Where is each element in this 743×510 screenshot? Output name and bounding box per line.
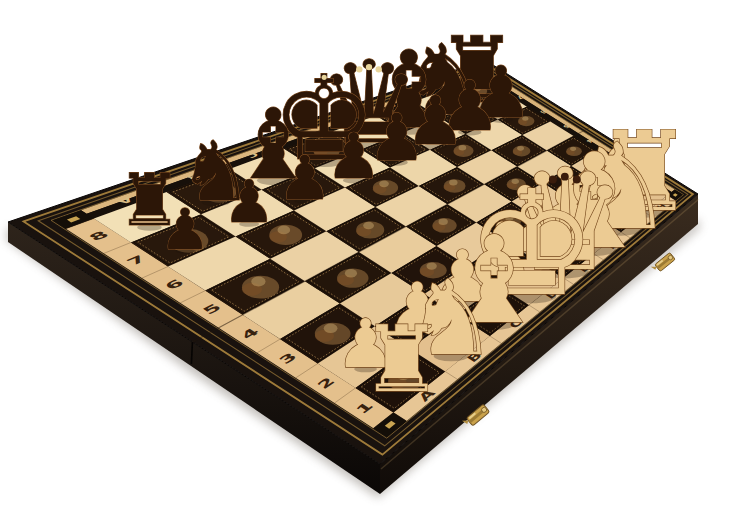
piece-white-rook-a1: ♜	[361, 306, 443, 413]
piece-black-pawn-d7: ♟	[325, 120, 381, 193]
svg-text:♟: ♟	[325, 120, 381, 193]
product-photo-scene: AABBCCDDEEFFGGHH1122334455667788♜♞♟♝♟♛♟♚…	[0, 0, 743, 510]
piece-black-pawn-a7: ♟	[160, 196, 211, 262]
svg-text:♜: ♜	[361, 306, 443, 413]
svg-text:♟: ♟	[223, 167, 276, 236]
svg-text:♟: ♟	[277, 143, 332, 213]
svg-text:♟: ♟	[160, 196, 211, 262]
chess-board-photo: AABBCCDDEEFFGGHH1122334455667788♜♞♟♝♟♛♟♚…	[0, 0, 743, 510]
piece-black-pawn-b7: ♟	[223, 167, 276, 236]
piece-black-pawn-c7: ♟	[277, 143, 332, 213]
hinge-seam-side	[191, 342, 192, 364]
king-finial	[322, 75, 327, 80]
